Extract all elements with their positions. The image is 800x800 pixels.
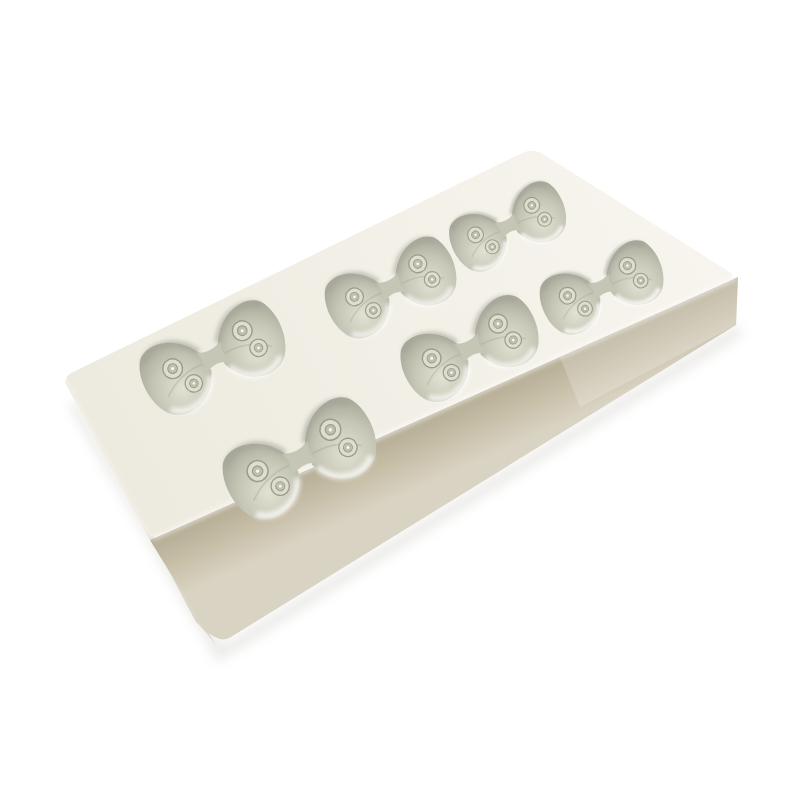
product-photo: White silicone fondant mold slab with si…	[0, 0, 800, 800]
mold-photo-svg	[0, 0, 800, 800]
